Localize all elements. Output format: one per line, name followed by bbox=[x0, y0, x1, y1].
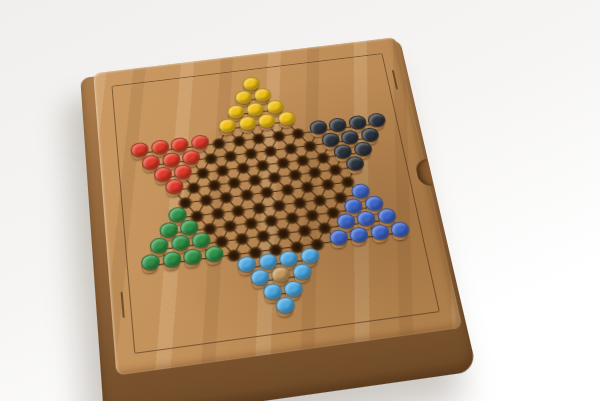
photo-scene bbox=[0, 0, 600, 401]
peg-light_blue[interactable] bbox=[272, 297, 298, 322]
board-face bbox=[113, 55, 437, 352]
finger-notch bbox=[414, 159, 433, 187]
lid-corner-seam bbox=[121, 292, 125, 318]
game-box bbox=[93, 37, 463, 375]
peg-blue[interactable] bbox=[387, 221, 413, 245]
lid-corner-seam bbox=[392, 70, 398, 90]
box-lid bbox=[93, 37, 463, 375]
